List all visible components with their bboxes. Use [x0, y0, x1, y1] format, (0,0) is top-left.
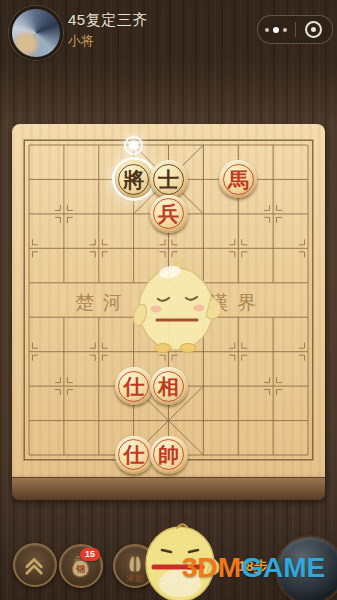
piece-將[interactable]: 將: [115, 160, 153, 198]
piece-char: 帥: [158, 444, 179, 465]
collapse-button[interactable]: [13, 543, 57, 587]
piece-char: 仕: [123, 444, 144, 465]
piece-char: 士: [158, 169, 179, 190]
avatar: [9, 6, 63, 60]
last-move-marker: [126, 138, 141, 153]
app-screen: 45复定三齐 小将 楚河 漢界 將士馬兵仕相仕帥: [0, 0, 337, 600]
piece-仕[interactable]: 仕: [115, 436, 153, 474]
svg-text:锦: 锦: [75, 563, 86, 574]
page-title: 45复定三齐: [68, 11, 148, 30]
more-icon[interactable]: [258, 16, 295, 43]
piece-士[interactable]: 士: [150, 160, 188, 198]
wechat-capsule: [257, 15, 333, 44]
piece-char: 馬: [228, 169, 249, 190]
piece-char: 兵: [158, 203, 179, 224]
chevron-up-icon: [15, 543, 55, 587]
chick-mascot: [131, 251, 225, 353]
bag-badge: 15: [80, 548, 100, 561]
piece-兵[interactable]: 兵: [150, 195, 188, 233]
board-edge: [12, 477, 325, 500]
piece-char: 相: [158, 376, 179, 397]
rank-label: 小将: [68, 32, 94, 50]
close-icon[interactable]: [296, 16, 333, 43]
piece-char: 仕: [123, 376, 144, 397]
piece-仕[interactable]: 仕: [115, 367, 153, 405]
river-label-left: 楚河: [75, 290, 131, 316]
piece-相[interactable]: 相: [150, 367, 188, 405]
piece-帥[interactable]: 帥: [150, 436, 188, 474]
piece-char: 將: [123, 169, 144, 190]
watermark-text: 3DMGAME: [182, 552, 325, 584]
